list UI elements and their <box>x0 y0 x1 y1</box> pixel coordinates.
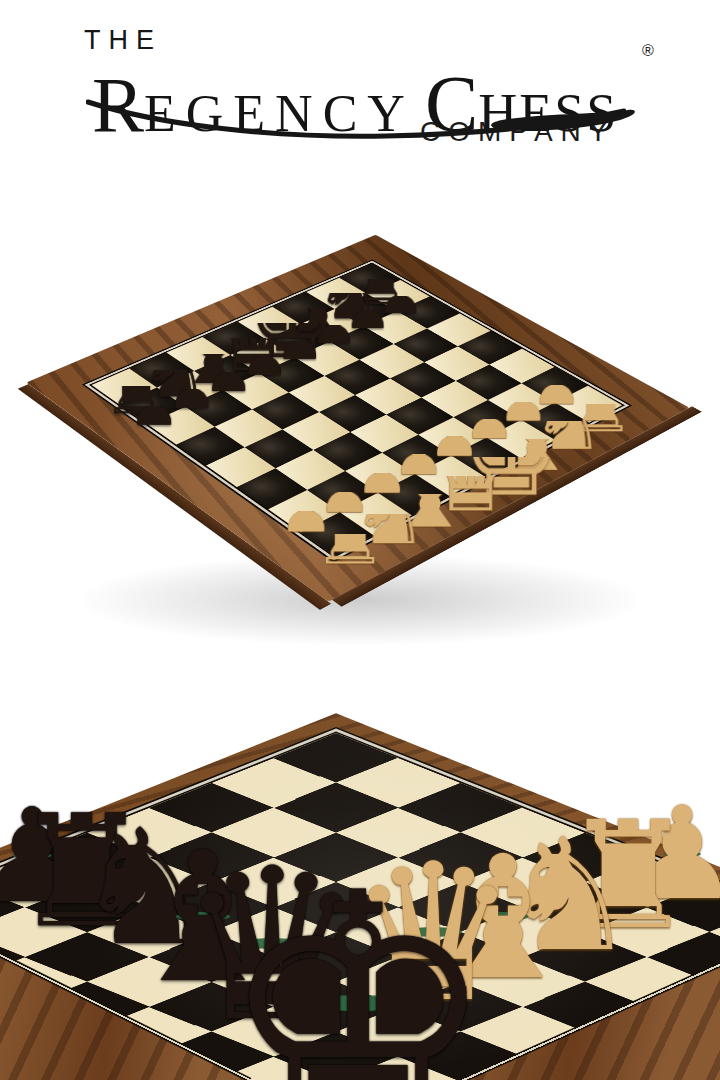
square-c6 <box>223 373 289 409</box>
square-d4 <box>319 395 386 432</box>
chess-board: ♜♞♝♛♚♝♞♜♟♟♟♟♟♟♟♟♟♟♟♟♟♟♟♟♜♞♝♛♚♝♞♜ <box>26 235 689 602</box>
square-a1: ♜ <box>301 512 374 555</box>
brand-the: THE <box>84 25 162 56</box>
swash-flourish-icon <box>86 98 646 146</box>
closeup-photo: ♟♟♜♜♞♞♝♝♛♛♚♚♛♛♝♝♞♞♜♜♟♟ <box>0 690 720 1080</box>
square-e4 <box>355 378 421 414</box>
middle-board-field: ♜♞♝♛♚♝♞♜♟♟♟♟♟♟♟♟♟♟♟♟♟♟♟♟♜♞♝♛♚♝♞♜ <box>92 264 622 556</box>
registered-trademark-icon: ® <box>642 42 654 60</box>
starting-position-photo: ♜♞♝♛♚♝♞♜♟♟♟♟♟♟♟♟♟♟♟♟♟♟♟♟♜♞♝♛♚♝♞♜ <box>0 160 720 680</box>
page-root: THE REGENCYCHESS ® COMPANY ♜♞♝♛♚♝♞♜♟♟♟♟♟… <box>0 0 720 1080</box>
